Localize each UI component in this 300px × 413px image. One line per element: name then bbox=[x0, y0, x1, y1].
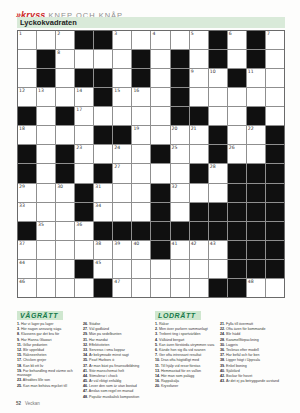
clue-item: 8. Klassens går det bra för bbox=[17, 332, 80, 337]
white-cell: 20 bbox=[171, 126, 189, 144]
white-cell: 1 bbox=[18, 31, 36, 49]
white-cell bbox=[228, 50, 246, 68]
black-cell bbox=[247, 222, 265, 240]
clue-number: 47 bbox=[114, 279, 120, 284]
white-cell: 43 bbox=[209, 241, 227, 259]
black-cell bbox=[209, 31, 227, 49]
black-cell bbox=[247, 203, 265, 221]
white-cell bbox=[171, 260, 189, 278]
white-cell: 9 bbox=[190, 69, 208, 87]
white-cell bbox=[151, 164, 169, 182]
white-cell bbox=[151, 50, 169, 68]
black-cell bbox=[132, 69, 150, 87]
white-cell: 14 bbox=[75, 88, 93, 106]
clue-item: 12. Blir uppeldad bbox=[17, 348, 80, 353]
white-cell bbox=[190, 50, 208, 68]
clue-item: 17. Chicken grejer bbox=[17, 358, 80, 363]
black-cell bbox=[228, 260, 246, 278]
white-cell bbox=[18, 69, 36, 87]
clue-item: 35. Pearl Harbors ö bbox=[83, 358, 146, 363]
clue-number: 24 bbox=[114, 145, 120, 150]
white-cell bbox=[113, 50, 131, 68]
white-cell bbox=[228, 107, 246, 125]
white-cell bbox=[151, 69, 169, 87]
clue-item: 4. Välkänd bergart bbox=[155, 338, 217, 343]
white-cell bbox=[266, 88, 284, 106]
white-cell bbox=[113, 184, 131, 202]
white-cell bbox=[266, 107, 284, 125]
black-cell bbox=[190, 107, 208, 125]
white-cell bbox=[113, 69, 131, 87]
clue-number: 1 bbox=[19, 31, 22, 36]
white-cell bbox=[75, 126, 93, 144]
black-cell bbox=[190, 203, 208, 221]
white-cell: 31 bbox=[94, 184, 112, 202]
clue-number: 34 bbox=[95, 203, 101, 208]
clue-item: 33. Serveras i små koppar bbox=[83, 348, 146, 353]
white-cell bbox=[132, 203, 150, 221]
black-cell bbox=[37, 69, 55, 87]
white-cell bbox=[37, 241, 55, 259]
white-cell bbox=[190, 145, 208, 163]
black-cell bbox=[94, 222, 112, 240]
white-cell: 15 bbox=[113, 88, 131, 106]
clue-number: 38 bbox=[95, 241, 101, 246]
white-cell: 18 bbox=[18, 126, 36, 144]
black-cell bbox=[94, 279, 112, 297]
black-cell bbox=[75, 31, 93, 49]
black-cell bbox=[266, 222, 284, 240]
black-cell bbox=[56, 145, 74, 163]
clue-item: 46. Lever den som är utan bostad bbox=[83, 384, 146, 389]
black-cell bbox=[75, 203, 93, 221]
puzzle-title-band: Lyckokvadraten bbox=[17, 17, 285, 28]
clue-item: 47. Anslås som regel en månad bbox=[83, 389, 146, 394]
clue-item: 26. Städse bbox=[83, 322, 146, 327]
white-cell bbox=[209, 107, 227, 125]
white-cell: 36 bbox=[75, 222, 93, 240]
white-cell bbox=[132, 107, 150, 125]
clue-item: 11. Gillar pedanten bbox=[17, 343, 80, 348]
clue-number: 22 bbox=[248, 126, 254, 131]
clue-number: 40 bbox=[133, 241, 139, 246]
white-cell bbox=[209, 88, 227, 106]
white-cell bbox=[151, 107, 169, 125]
crossword-grid: 1234567891011121314151617181920212223242… bbox=[17, 30, 285, 298]
white-cell: 17 bbox=[75, 107, 93, 125]
clue-item: 32. Effektiviteten bbox=[83, 343, 146, 348]
white-cell bbox=[113, 107, 131, 125]
white-cell: 2 bbox=[56, 31, 74, 49]
black-cell bbox=[209, 126, 227, 144]
clue-item: 36. Tecknas efter modell bbox=[220, 348, 282, 353]
clue-number: 41 bbox=[172, 241, 178, 246]
black-cell bbox=[94, 126, 112, 144]
white-cell: 40 bbox=[132, 241, 150, 259]
white-cell bbox=[151, 126, 169, 144]
white-cell bbox=[132, 279, 150, 297]
black-cell bbox=[171, 69, 189, 87]
white-cell bbox=[228, 126, 246, 144]
clue-item: 6. Kände hon sig illa vid svanen bbox=[155, 348, 217, 353]
white-cell bbox=[37, 164, 55, 182]
clue-item: 27. Väl godkänd bbox=[83, 327, 146, 332]
white-cell bbox=[56, 69, 74, 87]
black-cell bbox=[18, 222, 36, 240]
white-cell bbox=[56, 126, 74, 144]
black-cell bbox=[266, 126, 284, 144]
black-cell bbox=[18, 107, 36, 125]
black-cell bbox=[266, 145, 284, 163]
clue-item: 18. Kan bli ett liv bbox=[17, 364, 80, 369]
clue-item: 5. Kan även förstörda utrymmen vara bbox=[155, 343, 217, 348]
clue-item: 13. Hemmastad för en vallon bbox=[155, 369, 217, 374]
clue-item: 40. Självlärd bbox=[220, 369, 282, 374]
black-cell bbox=[113, 222, 131, 240]
white-cell bbox=[266, 50, 284, 68]
black-cell bbox=[94, 69, 112, 87]
clue-item: 3. Hör någon ansvarig säga bbox=[17, 327, 80, 332]
white-cell bbox=[37, 260, 55, 278]
white-cell bbox=[171, 31, 189, 49]
white-cell bbox=[37, 184, 55, 202]
white-cell: 48 bbox=[247, 279, 265, 297]
clue-number: 16 bbox=[133, 88, 139, 93]
clue-item: 48. Populär musikalisk komposition bbox=[83, 395, 146, 400]
white-cell: 29 bbox=[18, 184, 36, 202]
clue-number: 9 bbox=[191, 69, 194, 74]
black-cell bbox=[94, 164, 112, 182]
clue-item: 34. Är bekymrade minst sagt bbox=[83, 353, 146, 358]
black-cell bbox=[56, 107, 74, 125]
white-cell bbox=[113, 260, 131, 278]
clue-item: 37. Är man bäst på finansutbildning bbox=[83, 364, 146, 369]
black-cell bbox=[266, 241, 284, 259]
clue-item: 19. Får behandling med värme och massage bbox=[17, 369, 80, 378]
white-cell bbox=[151, 88, 169, 106]
white-cell: 22 bbox=[247, 126, 265, 144]
black-cell bbox=[209, 279, 227, 297]
clue-number: 26 bbox=[229, 145, 235, 150]
clue-number: 20 bbox=[172, 126, 178, 131]
black-cell bbox=[94, 31, 112, 49]
clue-number: 27 bbox=[114, 164, 120, 169]
white-cell: 39 bbox=[113, 241, 131, 259]
clue-item: 23. Afrodites lille son bbox=[17, 378, 80, 383]
white-cell: 5 bbox=[190, 31, 208, 49]
white-cell bbox=[151, 260, 169, 278]
white-cell bbox=[190, 184, 208, 202]
black-cell bbox=[190, 222, 208, 240]
white-cell: 19 bbox=[132, 126, 150, 144]
black-cell bbox=[228, 69, 246, 87]
clue-number: 36 bbox=[76, 222, 82, 227]
clue-item: 45. Är väl riktigt enfaldig bbox=[83, 379, 146, 384]
black-cell bbox=[209, 203, 227, 221]
black-cell bbox=[18, 164, 36, 182]
black-cell bbox=[56, 164, 74, 182]
black-cell bbox=[18, 145, 36, 163]
white-cell bbox=[75, 241, 93, 259]
clue-number: 6 bbox=[229, 31, 232, 36]
clue-item: 10. Dras ofta högtidligt med bbox=[155, 358, 217, 363]
white-cell bbox=[56, 88, 74, 106]
clue-item: 28. Karamellförpackning bbox=[220, 338, 282, 343]
white-cell bbox=[37, 126, 55, 144]
clue-item: 39. Enkel boning bbox=[220, 364, 282, 369]
clue-number: 39 bbox=[114, 241, 120, 246]
white-cell: 34 bbox=[94, 203, 112, 221]
black-cell bbox=[151, 184, 169, 202]
white-cell bbox=[132, 260, 150, 278]
white-cell: 32 bbox=[171, 184, 189, 202]
black-cell bbox=[37, 50, 55, 68]
clue-number: 11 bbox=[248, 69, 254, 74]
white-cell bbox=[37, 279, 55, 297]
black-cell bbox=[247, 241, 265, 259]
clue-item: 29. Män på sedelbunten bbox=[83, 332, 146, 337]
page-number: 52 bbox=[16, 401, 21, 406]
clue-number: 14 bbox=[76, 88, 82, 93]
white-cell bbox=[209, 184, 227, 202]
white-cell bbox=[171, 203, 189, 221]
white-cell: 26 bbox=[228, 145, 246, 163]
white-cell bbox=[113, 203, 131, 221]
white-cell: 23 bbox=[75, 145, 93, 163]
clue-number: 44 bbox=[19, 260, 25, 265]
clue-section: VÅGRÄTT 1. Har vi lager på lager3. Hör n… bbox=[17, 304, 285, 398]
clue-number: 3 bbox=[114, 31, 117, 36]
white-cell bbox=[247, 145, 265, 163]
black-cell bbox=[228, 203, 246, 221]
white-cell: 42 bbox=[190, 241, 208, 259]
white-cell bbox=[151, 279, 169, 297]
black-cell bbox=[266, 203, 284, 221]
down-clue-block: LODRÄTT 1. Räkor2. Men över parkern samm… bbox=[155, 304, 285, 389]
clue-item: 1. Har vi lager på lager bbox=[17, 322, 80, 327]
black-cell bbox=[151, 145, 169, 163]
white-cell bbox=[94, 50, 112, 68]
white-cell bbox=[266, 69, 284, 87]
white-cell bbox=[228, 88, 246, 106]
white-cell bbox=[132, 31, 150, 49]
clue-item: 21. Fylla till övermått bbox=[220, 322, 282, 327]
clue-item: 20. Kryssfaner bbox=[155, 384, 217, 389]
white-cell: 21 bbox=[190, 126, 208, 144]
clue-item: 16. Rappakalja bbox=[155, 379, 217, 384]
page-footer: 52Veckan bbox=[16, 401, 40, 406]
white-cell bbox=[56, 222, 74, 240]
down-clue-column-1: 1. Räkor2. Men över parkern sammanlagt3.… bbox=[155, 322, 220, 389]
white-cell: 12 bbox=[18, 88, 36, 106]
white-cell bbox=[209, 260, 227, 278]
white-cell bbox=[37, 145, 55, 163]
white-cell bbox=[75, 164, 93, 182]
clue-item: 2. Men över parkern sammanlagt bbox=[155, 327, 217, 332]
white-cell: 11 bbox=[247, 69, 265, 87]
clue-number: 5 bbox=[191, 31, 194, 36]
clue-number: 4 bbox=[152, 31, 155, 36]
clue-number: 15 bbox=[114, 88, 120, 93]
white-cell bbox=[56, 203, 74, 221]
clue-item: 14. Hör man som pålägg bbox=[155, 374, 217, 379]
clue-number: 48 bbox=[248, 279, 254, 284]
white-cell bbox=[75, 279, 93, 297]
black-cell bbox=[247, 31, 265, 49]
clue-item: 37. Har befäl och får ben bbox=[220, 353, 282, 358]
clue-item: 43. Är det ej på betryggande avstånd bbox=[220, 379, 282, 384]
white-cell: 45 bbox=[94, 260, 112, 278]
white-cell bbox=[18, 50, 36, 68]
black-cell bbox=[266, 164, 284, 182]
white-cell bbox=[56, 279, 74, 297]
black-cell bbox=[266, 260, 284, 278]
clue-number: 2 bbox=[57, 31, 60, 36]
white-cell bbox=[266, 279, 284, 297]
white-cell bbox=[56, 260, 74, 278]
white-cell: 41 bbox=[171, 241, 189, 259]
clue-number: 43 bbox=[210, 241, 216, 246]
black-cell bbox=[171, 88, 189, 106]
white-cell: 44 bbox=[18, 260, 36, 278]
white-cell: 37 bbox=[18, 241, 36, 259]
black-cell bbox=[190, 164, 208, 182]
white-cell bbox=[132, 145, 150, 163]
black-cell bbox=[132, 50, 150, 68]
black-cell bbox=[247, 164, 265, 182]
white-cell: 30 bbox=[56, 184, 74, 202]
white-cell: 24 bbox=[113, 145, 131, 163]
clue-number: 13 bbox=[38, 88, 44, 93]
clue-number: 17 bbox=[76, 107, 82, 112]
black-cell bbox=[228, 184, 246, 202]
white-cell bbox=[37, 107, 55, 125]
white-cell bbox=[75, 50, 93, 68]
clue-item: 11. Till hjälp vid resor förstås bbox=[155, 364, 217, 369]
across-clue-column-1: 1. Har vi lager på lager3. Hör någon ans… bbox=[17, 322, 83, 400]
black-cell bbox=[171, 222, 189, 240]
clue-number: 42 bbox=[191, 241, 197, 246]
white-cell bbox=[94, 107, 112, 125]
black-cell bbox=[75, 69, 93, 87]
clue-item: 38. Ligger högt i Uppsala bbox=[220, 358, 282, 363]
white-cell bbox=[190, 260, 208, 278]
clue-item: 3. Trebent ting i sportvärlden bbox=[155, 332, 217, 337]
clue-number: 33 bbox=[19, 203, 25, 208]
white-cell bbox=[247, 88, 265, 106]
clue-item: 1. Räkor bbox=[155, 322, 217, 327]
clue-item: 44. Stimulerar i chock bbox=[83, 374, 146, 379]
white-cell: 38 bbox=[94, 241, 112, 259]
clue-number: 46 bbox=[19, 279, 25, 284]
clue-number: 28 bbox=[210, 164, 216, 169]
white-cell: 33 bbox=[18, 203, 36, 221]
clue-item: 22. Ofta även för kommande bbox=[220, 327, 282, 332]
white-cell: 47 bbox=[113, 279, 131, 297]
white-cell: 3 bbox=[113, 31, 131, 49]
clue-number: 29 bbox=[19, 184, 25, 189]
clue-number: 32 bbox=[172, 184, 178, 189]
black-cell bbox=[171, 107, 189, 125]
white-cell bbox=[190, 279, 208, 297]
clue-item: 24. Blir hädd bbox=[220, 332, 282, 337]
white-cell: 16 bbox=[132, 88, 150, 106]
white-cell bbox=[37, 203, 55, 221]
clue-number: 25 bbox=[172, 145, 178, 150]
clue-item: 15. Räkneenheten bbox=[17, 353, 80, 358]
across-clue-column-2: 26. Städse27. Väl godkänd29. Män på sede… bbox=[83, 322, 149, 400]
black-cell bbox=[247, 184, 265, 202]
clue-number: 37 bbox=[19, 241, 25, 246]
black-cell bbox=[151, 241, 169, 259]
down-clue-column-2: 21. Fylla till övermått22. Ofta även för… bbox=[220, 322, 285, 389]
black-cell bbox=[75, 260, 93, 278]
white-cell: 4 bbox=[151, 31, 169, 49]
clue-item: 30. Lågpris bbox=[220, 343, 282, 348]
clue-number: 12 bbox=[19, 88, 25, 93]
black-cell bbox=[266, 184, 284, 202]
clue-item: 42. Bockar för hovet bbox=[220, 374, 282, 379]
across-header: VÅGRÄTT bbox=[17, 311, 63, 320]
black-cell bbox=[113, 126, 131, 144]
black-cell bbox=[228, 164, 246, 182]
clue-number: 8 bbox=[57, 50, 60, 55]
clue-item: 41. Stör manschemat helt bbox=[83, 369, 146, 374]
white-cell bbox=[132, 164, 150, 182]
black-cell bbox=[171, 50, 189, 68]
across-clue-block: VÅGRÄTT 1. Har vi lager på lager3. Hör n… bbox=[17, 304, 149, 400]
clue-number: 35 bbox=[38, 222, 44, 227]
clue-number: 21 bbox=[191, 126, 197, 131]
white-cell bbox=[171, 164, 189, 182]
white-cell: 8 bbox=[56, 50, 74, 68]
white-cell bbox=[132, 184, 150, 202]
white-cell bbox=[190, 88, 208, 106]
clue-number: 10 bbox=[210, 69, 216, 74]
black-cell bbox=[75, 184, 93, 202]
black-cell bbox=[247, 260, 265, 278]
white-cell bbox=[94, 145, 112, 163]
clue-item: 25. Kan man behöva mycket till bbox=[17, 384, 80, 389]
clue-number: 45 bbox=[95, 260, 101, 265]
puzzle-title: Lyckokvadraten bbox=[20, 18, 77, 27]
clue-number: 31 bbox=[95, 184, 101, 189]
black-cell bbox=[228, 279, 246, 297]
black-cell bbox=[209, 50, 227, 68]
white-cell bbox=[171, 279, 189, 297]
white-cell: 25 bbox=[171, 145, 189, 163]
white-cell: 6 bbox=[228, 31, 246, 49]
clue-number: 30 bbox=[57, 184, 63, 189]
publication-name: Veckan bbox=[25, 401, 40, 406]
white-cell: 46 bbox=[18, 279, 36, 297]
white-cell: 10 bbox=[209, 69, 227, 87]
down-header: LODRÄTT bbox=[155, 311, 201, 320]
white-cell: 28 bbox=[209, 164, 227, 182]
black-cell bbox=[94, 88, 112, 106]
black-cell bbox=[247, 50, 265, 68]
white-cell: 7 bbox=[266, 31, 284, 49]
white-cell bbox=[37, 31, 55, 49]
black-cell bbox=[151, 222, 169, 240]
clue-item: 9. Har Hanna Glawari bbox=[17, 338, 80, 343]
clue-item: 31. Har mandat bbox=[83, 338, 146, 343]
white-cell bbox=[56, 241, 74, 259]
black-cell bbox=[228, 222, 246, 240]
black-cell bbox=[228, 241, 246, 259]
clue-number: 18 bbox=[19, 126, 25, 131]
white-cell: 35 bbox=[37, 222, 55, 240]
